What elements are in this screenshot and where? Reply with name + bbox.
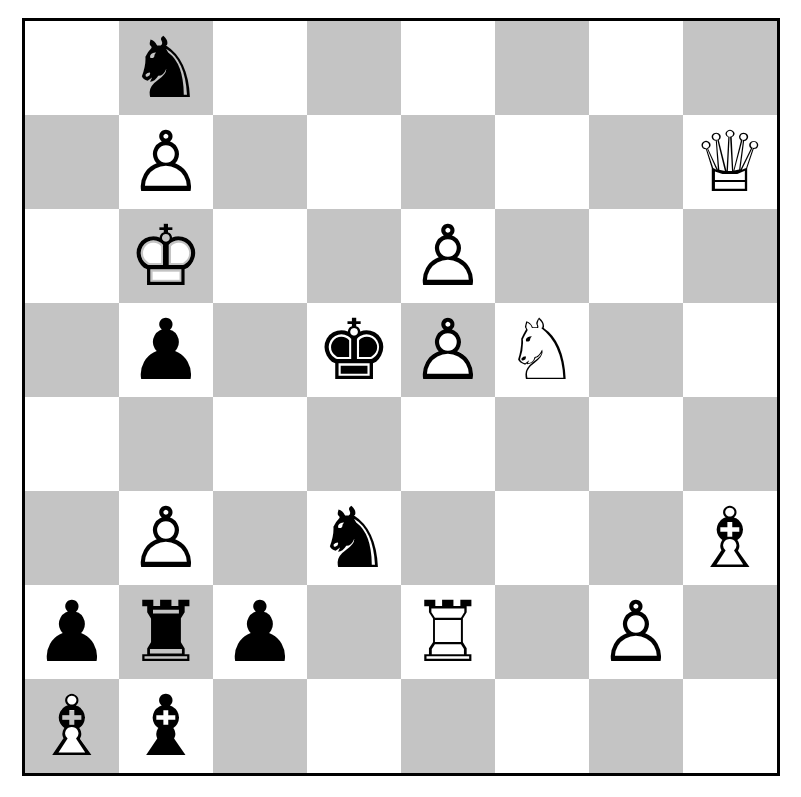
black-pawn: ♟ [213, 585, 307, 679]
square-g7[interactable] [589, 115, 683, 209]
white-rook: ♜♖ [401, 585, 495, 679]
square-d6[interactable] [307, 209, 401, 303]
black-rook: ♜ [119, 585, 213, 679]
square-f1[interactable] [495, 679, 589, 773]
square-a7[interactable] [25, 115, 119, 209]
square-b7[interactable]: ♟♙ [119, 115, 213, 209]
square-h1[interactable] [683, 679, 777, 773]
square-h3[interactable]: ♝♗ [683, 491, 777, 585]
white-pawn: ♟♙ [119, 491, 213, 585]
square-h4[interactable] [683, 397, 777, 491]
square-h8[interactable] [683, 21, 777, 115]
square-b1[interactable]: ♝ [119, 679, 213, 773]
square-c7[interactable] [213, 115, 307, 209]
square-b8[interactable]: ♞ [119, 21, 213, 115]
square-f7[interactable] [495, 115, 589, 209]
square-a4[interactable] [25, 397, 119, 491]
white-pawn: ♟♙ [401, 303, 495, 397]
square-f8[interactable] [495, 21, 589, 115]
square-a8[interactable] [25, 21, 119, 115]
black-bishop: ♝ [119, 679, 213, 773]
square-f6[interactable] [495, 209, 589, 303]
white-pawn: ♟♙ [589, 585, 683, 679]
square-b2[interactable]: ♜ [119, 585, 213, 679]
square-e5[interactable]: ♟♙ [401, 303, 495, 397]
square-a5[interactable] [25, 303, 119, 397]
square-g4[interactable] [589, 397, 683, 491]
square-b3[interactable]: ♟♙ [119, 491, 213, 585]
square-e6[interactable]: ♟♙ [401, 209, 495, 303]
white-pawn: ♟♙ [401, 209, 495, 303]
square-e7[interactable] [401, 115, 495, 209]
square-a2[interactable]: ♟ [25, 585, 119, 679]
square-g5[interactable] [589, 303, 683, 397]
white-pawn: ♟♙ [119, 115, 213, 209]
white-king: ♚♔ [119, 209, 213, 303]
square-c3[interactable] [213, 491, 307, 585]
square-b6[interactable]: ♚♔ [119, 209, 213, 303]
square-c8[interactable] [213, 21, 307, 115]
square-h7[interactable]: ♛♕ [683, 115, 777, 209]
square-h6[interactable] [683, 209, 777, 303]
white-queen: ♛♕ [683, 115, 777, 209]
square-g6[interactable] [589, 209, 683, 303]
black-pawn: ♟ [25, 585, 119, 679]
square-f5[interactable]: ♞♘ [495, 303, 589, 397]
square-g2[interactable]: ♟♙ [589, 585, 683, 679]
black-pawn: ♟ [119, 303, 213, 397]
white-knight: ♞♘ [495, 303, 589, 397]
square-e2[interactable]: ♜♖ [401, 585, 495, 679]
square-a6[interactable] [25, 209, 119, 303]
square-h5[interactable] [683, 303, 777, 397]
square-d5[interactable]: ♚ [307, 303, 401, 397]
square-b4[interactable] [119, 397, 213, 491]
square-f3[interactable] [495, 491, 589, 585]
black-knight: ♞ [119, 21, 213, 115]
square-d7[interactable] [307, 115, 401, 209]
white-bishop: ♝♗ [683, 491, 777, 585]
square-g1[interactable] [589, 679, 683, 773]
square-d4[interactable] [307, 397, 401, 491]
square-c5[interactable] [213, 303, 307, 397]
square-f2[interactable] [495, 585, 589, 679]
square-d2[interactable] [307, 585, 401, 679]
page: ♞♟♙♛♕♚♔♟♙♟♚♟♙♞♘♟♙♞♝♗♟♜♟♜♖♟♙♝♗♝ [0, 0, 801, 797]
square-a1[interactable]: ♝♗ [25, 679, 119, 773]
white-bishop: ♝♗ [25, 679, 119, 773]
square-c4[interactable] [213, 397, 307, 491]
square-e1[interactable] [401, 679, 495, 773]
square-g8[interactable] [589, 21, 683, 115]
square-e4[interactable] [401, 397, 495, 491]
square-e3[interactable] [401, 491, 495, 585]
black-knight: ♞ [307, 491, 401, 585]
square-a3[interactable] [25, 491, 119, 585]
square-f4[interactable] [495, 397, 589, 491]
square-h2[interactable] [683, 585, 777, 679]
square-d3[interactable]: ♞ [307, 491, 401, 585]
chess-board: ♞♟♙♛♕♚♔♟♙♟♚♟♙♞♘♟♙♞♝♗♟♜♟♜♖♟♙♝♗♝ [22, 18, 780, 776]
square-g3[interactable] [589, 491, 683, 585]
square-c1[interactable] [213, 679, 307, 773]
square-c6[interactable] [213, 209, 307, 303]
square-d8[interactable] [307, 21, 401, 115]
square-b5[interactable]: ♟ [119, 303, 213, 397]
black-king: ♚ [307, 303, 401, 397]
square-d1[interactable] [307, 679, 401, 773]
square-e8[interactable] [401, 21, 495, 115]
square-c2[interactable]: ♟ [213, 585, 307, 679]
